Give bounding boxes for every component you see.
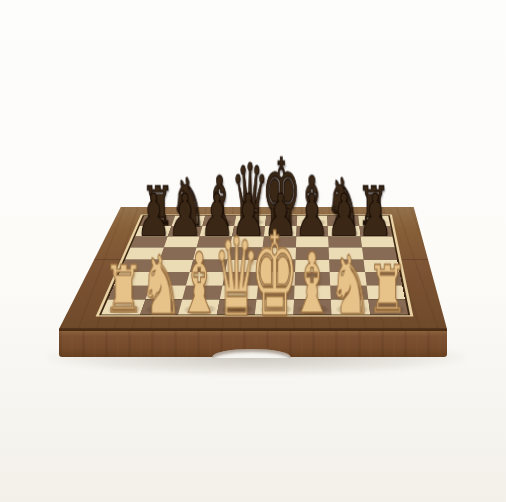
inlay-maple-border: ♜♞♝♛♚♝♞♜♟♟♟♟♟♟♟♟♜♞♝♛♚♝♞♜ [96, 215, 414, 317]
piece-white-bishop-f1[interactable]: ♝ [291, 243, 334, 327]
square-b1[interactable]: ♞ [140, 299, 182, 314]
square-g1[interactable]: ♞ [331, 299, 370, 314]
board-frame: ♜♞♝♛♚♝♞♜♟♟♟♟♟♟♟♟♜♞♝♛♚♝♞♜ [59, 207, 447, 329]
square-h7[interactable]: ♟ [359, 226, 392, 237]
inlay-dark-border: ♜♞♝♛♚♝♞♜♟♟♟♟♟♟♟♟♜♞♝♛♚♝♞♜ [99, 215, 410, 315]
chess-set-photo: ♜♞♝♛♚♝♞♜♟♟♟♟♟♟♟♟♜♞♝♛♚♝♞♜ [0, 0, 506, 502]
box-front-face [59, 329, 447, 357]
perspective-container: ♜♞♝♛♚♝♞♜♟♟♟♟♟♟♟♟♜♞♝♛♚♝♞♜ [0, 0, 506, 502]
piece-white-knight-b1[interactable]: ♞ [140, 245, 183, 326]
piece-white-knight-g1[interactable]: ♞ [328, 245, 371, 326]
square-e1[interactable]: ♚ [255, 299, 294, 314]
chess-board: ♜♞♝♛♚♝♞♜♟♟♟♟♟♟♟♟♜♞♝♛♚♝♞♜ [101, 216, 408, 315]
chess-box: ♜♞♝♛♚♝♞♜♟♟♟♟♟♟♟♟♜♞♝♛♚♝♞♜ [59, 207, 447, 329]
square-f1[interactable]: ♝ [293, 299, 331, 314]
square-h1[interactable]: ♜ [368, 299, 408, 314]
thumb-notch [212, 349, 290, 358]
square-a7[interactable]: ♟ [135, 226, 171, 237]
